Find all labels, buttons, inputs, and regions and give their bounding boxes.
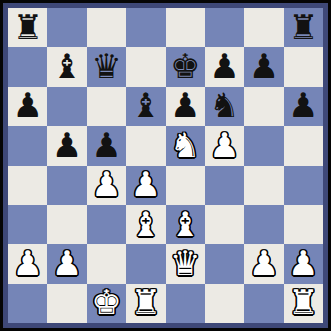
- square-e8[interactable]: [166, 8, 205, 47]
- piece-black-queen[interactable]: ♛: [91, 49, 121, 83]
- square-a5[interactable]: [8, 126, 47, 165]
- square-c4[interactable]: ♟: [87, 166, 126, 205]
- piece-white-pawn[interactable]: ♟: [91, 167, 121, 201]
- square-d4[interactable]: ♟: [126, 166, 165, 205]
- piece-black-rook[interactable]: ♜: [288, 10, 318, 44]
- square-e1[interactable]: [166, 284, 205, 323]
- square-b1[interactable]: [47, 284, 86, 323]
- square-f6[interactable]: ♞: [205, 87, 244, 126]
- square-c5[interactable]: ♟: [87, 126, 126, 165]
- square-f5[interactable]: ♟: [205, 126, 244, 165]
- square-a6[interactable]: ♟: [8, 87, 47, 126]
- piece-white-pawn[interactable]: ♟: [288, 246, 318, 280]
- square-a3[interactable]: [8, 205, 47, 244]
- piece-black-pawn[interactable]: ♟: [170, 88, 200, 122]
- square-e4[interactable]: [166, 166, 205, 205]
- piece-white-pawn[interactable]: ♟: [131, 167, 161, 201]
- square-f8[interactable]: [205, 8, 244, 47]
- square-d1[interactable]: ♜: [126, 284, 165, 323]
- square-d6[interactable]: ♝: [126, 87, 165, 126]
- square-g2[interactable]: ♟: [244, 244, 283, 283]
- square-g6[interactable]: [244, 87, 283, 126]
- square-d7[interactable]: [126, 47, 165, 86]
- square-a1[interactable]: [8, 284, 47, 323]
- square-h6[interactable]: ♟: [284, 87, 323, 126]
- square-b6[interactable]: [47, 87, 86, 126]
- piece-black-king[interactable]: ♚: [170, 49, 200, 83]
- square-c1[interactable]: ♚: [87, 284, 126, 323]
- square-b8[interactable]: [47, 8, 86, 47]
- square-d5[interactable]: [126, 126, 165, 165]
- piece-black-bishop[interactable]: ♝: [52, 49, 82, 83]
- square-h8[interactable]: ♜: [284, 8, 323, 47]
- square-f3[interactable]: [205, 205, 244, 244]
- square-a8[interactable]: ♜: [8, 8, 47, 47]
- square-f1[interactable]: [205, 284, 244, 323]
- square-a2[interactable]: ♟: [8, 244, 47, 283]
- square-g5[interactable]: [244, 126, 283, 165]
- square-g1[interactable]: [244, 284, 283, 323]
- square-e6[interactable]: ♟: [166, 87, 205, 126]
- square-f4[interactable]: [205, 166, 244, 205]
- piece-white-rook[interactable]: ♜: [131, 285, 161, 319]
- square-c3[interactable]: [87, 205, 126, 244]
- square-d3[interactable]: ♝: [126, 205, 165, 244]
- square-e3[interactable]: ♝: [166, 205, 205, 244]
- piece-white-pawn[interactable]: ♟: [249, 246, 279, 280]
- piece-white-queen[interactable]: ♛: [170, 246, 200, 280]
- square-e2[interactable]: ♛: [166, 244, 205, 283]
- piece-white-knight[interactable]: ♞: [170, 128, 200, 162]
- square-a7[interactable]: [8, 47, 47, 86]
- piece-black-knight[interactable]: ♞: [209, 88, 239, 122]
- square-c7[interactable]: ♛: [87, 47, 126, 86]
- piece-white-pawn[interactable]: ♟: [209, 128, 239, 162]
- piece-black-pawn[interactable]: ♟: [249, 49, 279, 83]
- piece-black-rook[interactable]: ♜: [12, 10, 42, 44]
- piece-white-rook[interactable]: ♜: [288, 285, 318, 319]
- square-h3[interactable]: [284, 205, 323, 244]
- piece-black-bishop[interactable]: ♝: [131, 88, 161, 122]
- square-a4[interactable]: [8, 166, 47, 205]
- square-g4[interactable]: [244, 166, 283, 205]
- piece-black-pawn[interactable]: ♟: [288, 88, 318, 122]
- square-e5[interactable]: ♞: [166, 126, 205, 165]
- square-h1[interactable]: ♜: [284, 284, 323, 323]
- piece-black-pawn[interactable]: ♟: [52, 128, 82, 162]
- square-h5[interactable]: [284, 126, 323, 165]
- chess-app: ♜♜♝♛♚♟♟♟♝♟♞♟♟♟♞♟♟♟♝♝♟♟♛♟♟♚♜♜: [0, 0, 331, 331]
- piece-white-pawn[interactable]: ♟: [12, 246, 42, 280]
- square-e7[interactable]: ♚: [166, 47, 205, 86]
- square-h2[interactable]: ♟: [284, 244, 323, 283]
- square-b5[interactable]: ♟: [47, 126, 86, 165]
- piece-black-pawn[interactable]: ♟: [209, 49, 239, 83]
- square-c2[interactable]: [87, 244, 126, 283]
- square-f7[interactable]: ♟: [205, 47, 244, 86]
- piece-black-pawn[interactable]: ♟: [12, 88, 42, 122]
- board-outer-frame: ♜♜♝♛♚♟♟♟♝♟♞♟♟♟♞♟♟♟♝♝♟♟♛♟♟♚♜♜: [0, 0, 331, 331]
- board-inner-frame: ♜♜♝♛♚♟♟♟♝♟♞♟♟♟♞♟♟♟♝♝♟♟♛♟♟♚♜♜: [3, 3, 328, 328]
- piece-white-pawn[interactable]: ♟: [52, 246, 82, 280]
- square-b3[interactable]: [47, 205, 86, 244]
- square-g3[interactable]: [244, 205, 283, 244]
- square-c6[interactable]: [87, 87, 126, 126]
- square-g7[interactable]: ♟: [244, 47, 283, 86]
- square-b7[interactable]: ♝: [47, 47, 86, 86]
- square-h7[interactable]: [284, 47, 323, 86]
- piece-white-bishop[interactable]: ♝: [170, 207, 200, 241]
- square-b2[interactable]: ♟: [47, 244, 86, 283]
- square-d8[interactable]: [126, 8, 165, 47]
- piece-black-pawn[interactable]: ♟: [91, 128, 121, 162]
- piece-white-king[interactable]: ♚: [91, 285, 121, 319]
- chess-board: ♜♜♝♛♚♟♟♟♝♟♞♟♟♟♞♟♟♟♝♝♟♟♛♟♟♚♜♜: [8, 8, 323, 323]
- square-g8[interactable]: [244, 8, 283, 47]
- square-f2[interactable]: [205, 244, 244, 283]
- square-c8[interactable]: [87, 8, 126, 47]
- piece-white-bishop[interactable]: ♝: [131, 207, 161, 241]
- square-d2[interactable]: [126, 244, 165, 283]
- square-b4[interactable]: [47, 166, 86, 205]
- square-h4[interactable]: [284, 166, 323, 205]
